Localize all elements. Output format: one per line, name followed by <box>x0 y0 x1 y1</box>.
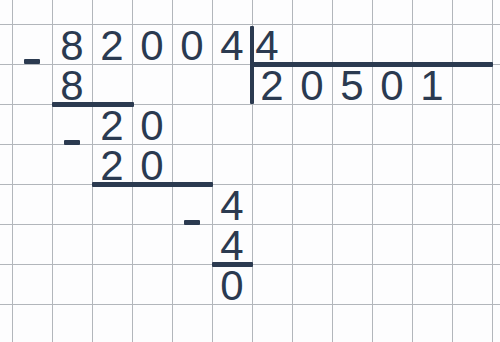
dividend-digit-4: 0 <box>172 24 212 64</box>
minus-step3 <box>184 220 200 225</box>
squared-paper: 8200448205012020440 <box>0 0 500 342</box>
dividend-digit-5: 4 <box>212 24 252 64</box>
minus-step2 <box>64 140 80 145</box>
quotient-digit-3: 5 <box>332 64 372 104</box>
step2-underline <box>92 182 213 187</box>
step3-subtrahend-digit: 4 <box>212 224 252 264</box>
minus-step1 <box>24 59 40 64</box>
step2-remainder-digit-2: 0 <box>132 104 172 144</box>
step3-remainder-digit: 4 <box>212 184 252 224</box>
final-remainder-digit: 0 <box>212 264 252 304</box>
dividend-digit-2: 2 <box>92 24 132 64</box>
quotient-digit-4: 0 <box>372 64 412 104</box>
step2-subtrahend-digit-1: 2 <box>92 144 132 184</box>
divisor-underline <box>250 62 493 67</box>
step2-remainder-digit-1: 2 <box>92 104 132 144</box>
step2-subtrahend-digit-2: 0 <box>132 144 172 184</box>
step1-underline <box>52 102 134 107</box>
quotient-digit-1: 2 <box>252 64 292 104</box>
dividend-digit-1: 8 <box>52 24 92 64</box>
dividend-digit-3: 0 <box>132 24 172 64</box>
step1-subtrahend-digit: 8 <box>52 64 92 104</box>
quotient-digit-5: 1 <box>412 64 452 104</box>
step3-underline <box>212 262 253 267</box>
quotient-digit-2: 0 <box>292 64 332 104</box>
